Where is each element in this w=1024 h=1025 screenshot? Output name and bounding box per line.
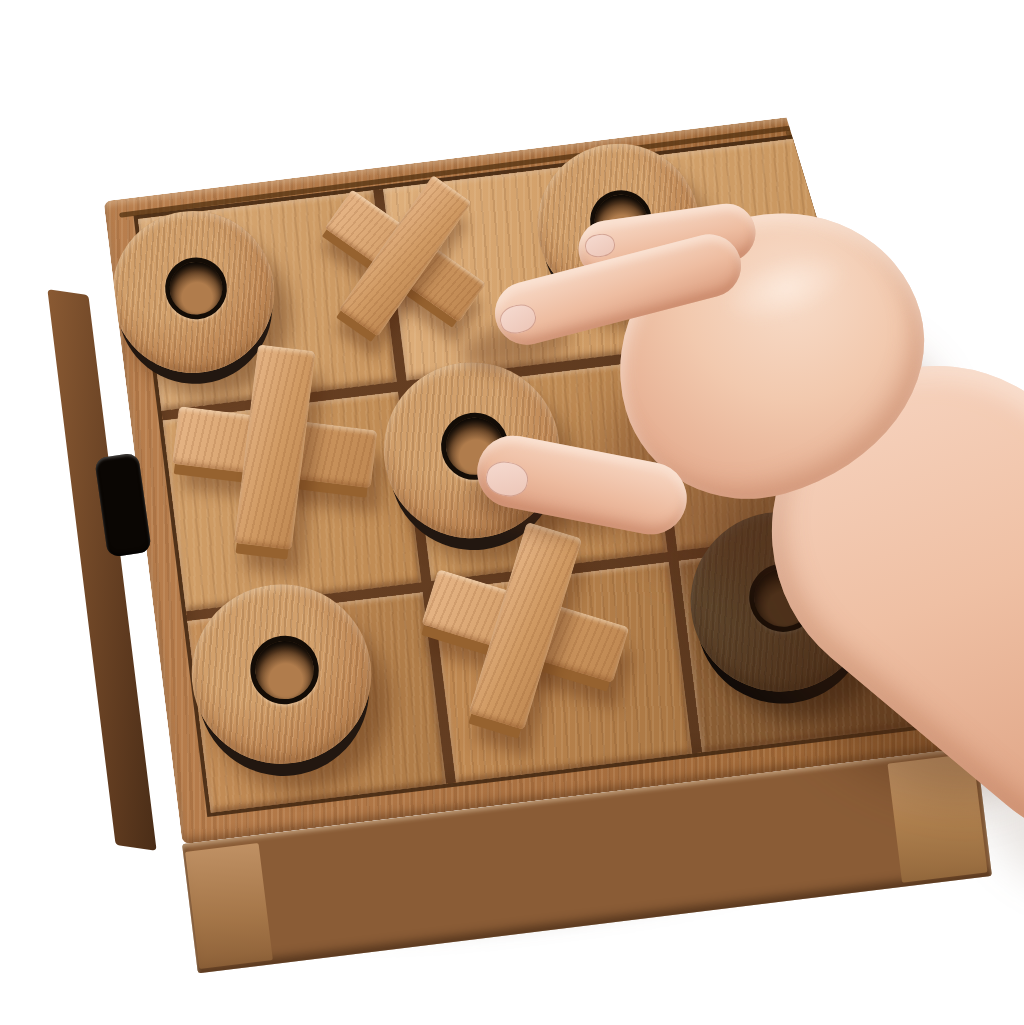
x-piece[interactable] bbox=[163, 336, 386, 559]
front-left-corner-joint bbox=[185, 843, 273, 969]
cell-middle-left[interactable] bbox=[163, 391, 422, 611]
cell-bottom-center[interactable] bbox=[433, 562, 692, 782]
cell-bottom-left[interactable] bbox=[187, 592, 446, 812]
